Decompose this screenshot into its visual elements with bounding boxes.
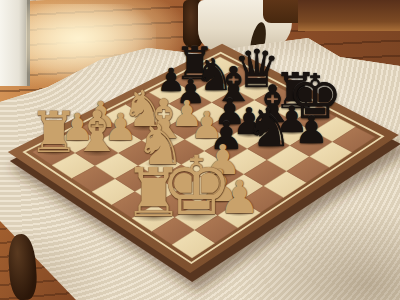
living-room-chess-photo: ♚♜♜♝♝♞♞♟♟♟♟♟♟♟♟♚♛♜♜♝♝♞♞♟♟♟♟♟♟♟ (0, 0, 400, 300)
chess-board (0, 0, 400, 300)
